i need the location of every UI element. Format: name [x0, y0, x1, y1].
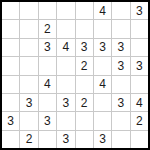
- cell-r4c8: 3: [131, 57, 148, 74]
- cell-r2c3: 2: [39, 20, 56, 37]
- cell-r5c1[interactable]: [2, 76, 19, 93]
- cell-r5c4[interactable]: [57, 76, 74, 93]
- cell-r8c2: 2: [20, 131, 37, 148]
- cell-r6c2: 3: [20, 94, 37, 111]
- cell-r8c6: 3: [94, 131, 111, 148]
- minesweeper-board: 4 3 2 3 4 3 3 3 2 3 3 4 4 3 3 2 3 4 3 3 …: [0, 0, 150, 150]
- cell-r4c5: 2: [76, 57, 93, 74]
- cell-r6c1[interactable]: [2, 94, 19, 111]
- cell-r5c8[interactable]: [131, 76, 148, 93]
- cell-r4c3[interactable]: [39, 57, 56, 74]
- cell-r5c5[interactable]: [76, 76, 93, 93]
- cell-r3c7: 3: [112, 39, 129, 56]
- cell-r3c8[interactable]: [131, 39, 148, 56]
- cell-r5c2[interactable]: [20, 76, 37, 93]
- cell-r1c5[interactable]: [76, 2, 93, 19]
- cell-r1c8: 3: [131, 2, 148, 19]
- cell-r3c2[interactable]: [20, 39, 37, 56]
- cell-r7c5[interactable]: [76, 112, 93, 129]
- cell-r7c3: 3: [39, 112, 56, 129]
- cell-r1c7[interactable]: [112, 2, 129, 19]
- cell-r5c3: 4: [39, 76, 56, 93]
- cell-r5c7[interactable]: [112, 76, 129, 93]
- cell-r8c8[interactable]: [131, 131, 148, 148]
- cell-r7c7[interactable]: [112, 112, 129, 129]
- cell-r6c5: 2: [76, 94, 93, 111]
- cell-r7c6[interactable]: [94, 112, 111, 129]
- cell-r4c4[interactable]: [57, 57, 74, 74]
- cell-r1c4[interactable]: [57, 2, 74, 19]
- cell-r8c7[interactable]: [112, 131, 129, 148]
- cell-r2c1[interactable]: [2, 20, 19, 37]
- cell-r2c6[interactable]: [94, 20, 111, 37]
- cell-r3c6: 3: [94, 39, 111, 56]
- cell-r1c3[interactable]: [39, 2, 56, 19]
- cell-r5c6: 4: [94, 76, 111, 93]
- cell-r2c4[interactable]: [57, 20, 74, 37]
- cell-r1c1[interactable]: [2, 2, 19, 19]
- cell-r6c3[interactable]: [39, 94, 56, 111]
- cell-r7c1: 3: [2, 112, 19, 129]
- cell-r4c6[interactable]: [94, 57, 111, 74]
- cell-r3c5: 3: [76, 39, 93, 56]
- cell-r6c7: 3: [112, 94, 129, 111]
- cell-r8c4: 3: [57, 131, 74, 148]
- cell-r6c8: 4: [131, 94, 148, 111]
- cell-r7c2[interactable]: [20, 112, 37, 129]
- cell-r4c1[interactable]: [2, 57, 19, 74]
- cell-r7c4[interactable]: [57, 112, 74, 129]
- cell-r4c2[interactable]: [20, 57, 37, 74]
- cell-r6c4: 3: [57, 94, 74, 111]
- cell-r3c1[interactable]: [2, 39, 19, 56]
- cell-r2c5[interactable]: [76, 20, 93, 37]
- cell-r2c2[interactable]: [20, 20, 37, 37]
- cell-r1c2[interactable]: [20, 2, 37, 19]
- cell-r8c1[interactable]: [2, 131, 19, 148]
- cell-r2c8[interactable]: [131, 20, 148, 37]
- cell-r4c7: 3: [112, 57, 129, 74]
- cell-r7c8: 2: [131, 112, 148, 129]
- cell-r3c4: 4: [57, 39, 74, 56]
- cell-r6c6[interactable]: [94, 94, 111, 111]
- cell-r8c5[interactable]: [76, 131, 93, 148]
- cell-r2c7[interactable]: [112, 20, 129, 37]
- cell-r8c3[interactable]: [39, 131, 56, 148]
- cell-r1c6: 4: [94, 2, 111, 19]
- cell-r3c3: 3: [39, 39, 56, 56]
